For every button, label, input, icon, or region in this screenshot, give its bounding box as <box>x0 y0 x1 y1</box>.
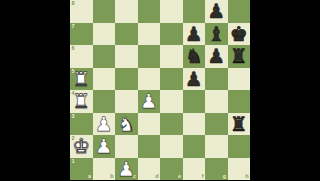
square-a3[interactable]: 3 <box>70 113 93 136</box>
square-f4[interactable] <box>183 90 206 113</box>
square-c3[interactable]: ♞ <box>115 113 138 136</box>
square-b5[interactable] <box>93 68 116 91</box>
white-pawn[interactable]: ♟ <box>138 90 161 113</box>
square-c5[interactable] <box>115 68 138 91</box>
square-a5[interactable]: 5♜ <box>70 68 93 91</box>
square-b8[interactable] <box>93 0 116 23</box>
white-pawn[interactable]: ♟ <box>93 113 116 136</box>
square-d2[interactable] <box>138 135 161 158</box>
square-d1[interactable]: d <box>138 158 161 181</box>
square-h8[interactable] <box>228 0 251 23</box>
square-e4[interactable] <box>160 90 183 113</box>
square-a7[interactable]: 7 <box>70 23 93 46</box>
square-b2[interactable]: ♟ <box>93 135 116 158</box>
square-b4[interactable] <box>93 90 116 113</box>
square-h4[interactable] <box>228 90 251 113</box>
black-pawn[interactable]: ♟ <box>183 68 206 91</box>
black-rook[interactable]: ♜ <box>228 45 251 68</box>
black-knight[interactable]: ♞ <box>183 45 206 68</box>
rank-label-8: 8 <box>72 1 75 7</box>
square-g3[interactable] <box>205 113 228 136</box>
file-label-b: b <box>110 174 113 180</box>
square-g7[interactable]: ♝ <box>205 23 228 46</box>
square-e1[interactable]: e <box>160 158 183 181</box>
square-d4[interactable]: ♟ <box>138 90 161 113</box>
white-king[interactable]: ♚ <box>70 135 93 158</box>
letterbox-right <box>250 0 320 180</box>
square-c8[interactable] <box>115 0 138 23</box>
black-bishop[interactable]: ♝ <box>205 23 228 46</box>
square-h5[interactable] <box>228 68 251 91</box>
square-e3[interactable] <box>160 113 183 136</box>
white-pawn[interactable]: ♟ <box>93 135 116 158</box>
square-b7[interactable] <box>93 23 116 46</box>
file-label-h: h <box>245 174 248 180</box>
square-e8[interactable] <box>160 0 183 23</box>
square-b3[interactable]: ♟ <box>93 113 116 136</box>
letterbox-left <box>0 0 70 180</box>
square-d8[interactable] <box>138 0 161 23</box>
square-c6[interactable] <box>115 45 138 68</box>
square-f8[interactable] <box>183 0 206 23</box>
square-c2[interactable] <box>115 135 138 158</box>
square-f7[interactable]: ♟ <box>183 23 206 46</box>
square-g5[interactable] <box>205 68 228 91</box>
square-g6[interactable]: ♟ <box>205 45 228 68</box>
black-pawn[interactable]: ♟ <box>205 45 228 68</box>
chess-board: 8♟7♟♝♚6♞♟♜5♜♟4♜♟3♟♞♜2♚♟1abc♟defgh <box>70 0 250 180</box>
square-h6[interactable]: ♜ <box>228 45 251 68</box>
square-g4[interactable] <box>205 90 228 113</box>
square-g8[interactable]: ♟ <box>205 0 228 23</box>
square-c1[interactable]: c♟ <box>115 158 138 181</box>
square-d5[interactable] <box>138 68 161 91</box>
square-e5[interactable] <box>160 68 183 91</box>
square-h7[interactable]: ♚ <box>228 23 251 46</box>
file-label-d: d <box>155 174 158 180</box>
square-f3[interactable] <box>183 113 206 136</box>
square-a1[interactable]: 1a <box>70 158 93 181</box>
square-e7[interactable] <box>160 23 183 46</box>
square-c4[interactable] <box>115 90 138 113</box>
square-g2[interactable] <box>205 135 228 158</box>
square-f1[interactable]: f <box>183 158 206 181</box>
square-d6[interactable] <box>138 45 161 68</box>
black-king[interactable]: ♚ <box>228 23 251 46</box>
square-a4[interactable]: 4♜ <box>70 90 93 113</box>
square-a2[interactable]: 2♚ <box>70 135 93 158</box>
black-pawn[interactable]: ♟ <box>183 23 206 46</box>
square-b1[interactable]: b <box>93 158 116 181</box>
file-label-a: a <box>88 174 91 180</box>
square-f2[interactable] <box>183 135 206 158</box>
square-e6[interactable] <box>160 45 183 68</box>
rank-label-6: 6 <box>72 46 75 52</box>
black-rook[interactable]: ♜ <box>228 113 251 136</box>
black-pawn[interactable]: ♟ <box>205 0 228 23</box>
square-e2[interactable] <box>160 135 183 158</box>
square-f5[interactable]: ♟ <box>183 68 206 91</box>
square-h1[interactable]: h <box>228 158 251 181</box>
file-label-f: f <box>202 174 204 180</box>
square-b6[interactable] <box>93 45 116 68</box>
rank-label-3: 3 <box>72 114 75 120</box>
square-g1[interactable]: g <box>205 158 228 181</box>
white-pawn[interactable]: ♟ <box>115 158 138 181</box>
rank-label-1: 1 <box>72 159 75 165</box>
square-f6[interactable]: ♞ <box>183 45 206 68</box>
square-a6[interactable]: 6 <box>70 45 93 68</box>
thumbnail-stage: 8♟7♟♝♚6♞♟♜5♜♟4♜♟3♟♞♜2♚♟1abc♟defgh <box>0 0 320 180</box>
file-label-g: g <box>223 174 226 180</box>
square-h2[interactable] <box>228 135 251 158</box>
square-d3[interactable] <box>138 113 161 136</box>
file-label-e: e <box>178 174 181 180</box>
white-rook[interactable]: ♜ <box>70 90 93 113</box>
square-d7[interactable] <box>138 23 161 46</box>
square-c7[interactable] <box>115 23 138 46</box>
square-h3[interactable]: ♜ <box>228 113 251 136</box>
white-rook[interactable]: ♜ <box>70 68 93 91</box>
rank-label-7: 7 <box>72 24 75 30</box>
white-knight[interactable]: ♞ <box>115 113 138 136</box>
square-a8[interactable]: 8 <box>70 0 93 23</box>
